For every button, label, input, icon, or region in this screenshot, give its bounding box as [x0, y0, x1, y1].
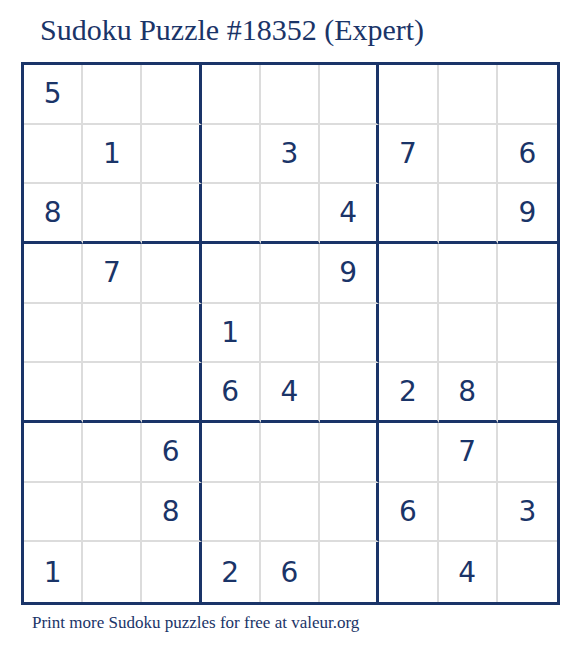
cell-r6c2	[83, 363, 142, 423]
cell-r1c8	[439, 65, 498, 125]
cell-r5c2	[83, 304, 142, 364]
cell-r7c2	[83, 423, 142, 483]
cell-r5c8	[439, 304, 498, 364]
cell-r3c7	[379, 184, 438, 244]
sudoku-grid: 513768497916428678631264	[21, 62, 560, 605]
cell-r6c4: 6	[202, 363, 261, 423]
cell-r8c1	[24, 483, 83, 543]
cell-r5c9	[498, 304, 557, 364]
cell-r6c3	[142, 363, 201, 423]
cell-r8c7: 6	[379, 483, 438, 543]
cell-r9c6	[320, 542, 379, 602]
cell-r5c1	[24, 304, 83, 364]
cell-r7c9	[498, 423, 557, 483]
cell-r8c2	[83, 483, 142, 543]
cell-r8c6	[320, 483, 379, 543]
cell-r5c7	[379, 304, 438, 364]
cell-r2c7: 7	[379, 125, 438, 185]
cell-r7c6	[320, 423, 379, 483]
cell-r9c2	[83, 542, 142, 602]
cell-r6c5: 4	[261, 363, 320, 423]
cell-r4c1	[24, 244, 83, 304]
cell-r4c4	[202, 244, 261, 304]
cell-r6c6	[320, 363, 379, 423]
cell-r4c8	[439, 244, 498, 304]
cell-r4c5	[261, 244, 320, 304]
cell-r2c2: 1	[83, 125, 142, 185]
cell-r4c9	[498, 244, 557, 304]
cell-r8c5	[261, 483, 320, 543]
cell-r1c5	[261, 65, 320, 125]
cell-r9c8: 4	[439, 542, 498, 602]
cell-r2c3	[142, 125, 201, 185]
cell-r1c1: 5	[24, 65, 83, 125]
cell-r7c1	[24, 423, 83, 483]
cell-r8c9: 3	[498, 483, 557, 543]
cell-r6c7: 2	[379, 363, 438, 423]
cell-r5c6	[320, 304, 379, 364]
cell-r8c4	[202, 483, 261, 543]
cell-r4c2: 7	[83, 244, 142, 304]
cell-r1c9	[498, 65, 557, 125]
cell-r1c4	[202, 65, 261, 125]
cell-r1c2	[83, 65, 142, 125]
cell-r4c3	[142, 244, 201, 304]
cell-r5c3	[142, 304, 201, 364]
cell-r8c8	[439, 483, 498, 543]
cell-r6c1	[24, 363, 83, 423]
cell-r7c8: 7	[439, 423, 498, 483]
cell-r4c7	[379, 244, 438, 304]
cell-r9c5: 6	[261, 542, 320, 602]
footer-text: Print more Sudoku puzzles for free at va…	[32, 613, 359, 633]
cell-r9c9	[498, 542, 557, 602]
cell-r2c8	[439, 125, 498, 185]
cell-r3c1: 8	[24, 184, 83, 244]
cell-r3c6: 4	[320, 184, 379, 244]
cell-r7c4	[202, 423, 261, 483]
cell-r9c3	[142, 542, 201, 602]
cell-r2c5: 3	[261, 125, 320, 185]
cell-r9c1: 1	[24, 542, 83, 602]
cell-r1c3	[142, 65, 201, 125]
cell-r3c8	[439, 184, 498, 244]
cell-r9c4: 2	[202, 542, 261, 602]
cell-r2c9: 6	[498, 125, 557, 185]
cell-r3c4	[202, 184, 261, 244]
cell-r3c9: 9	[498, 184, 557, 244]
cell-r1c6	[320, 65, 379, 125]
cell-r6c9	[498, 363, 557, 423]
cell-r4c6: 9	[320, 244, 379, 304]
cell-r3c3	[142, 184, 201, 244]
cell-r9c7	[379, 542, 438, 602]
cell-r7c3: 6	[142, 423, 201, 483]
cell-r3c2	[83, 184, 142, 244]
cell-r7c7	[379, 423, 438, 483]
cell-r8c3: 8	[142, 483, 201, 543]
cell-r3c5	[261, 184, 320, 244]
cell-r5c4: 1	[202, 304, 261, 364]
cell-r6c8: 8	[439, 363, 498, 423]
cell-r2c6	[320, 125, 379, 185]
cell-r2c4	[202, 125, 261, 185]
cell-r1c7	[379, 65, 438, 125]
cell-r7c5	[261, 423, 320, 483]
page-title: Sudoku Puzzle #18352 (Expert)	[40, 13, 424, 47]
cell-r2c1	[24, 125, 83, 185]
cell-r5c5	[261, 304, 320, 364]
